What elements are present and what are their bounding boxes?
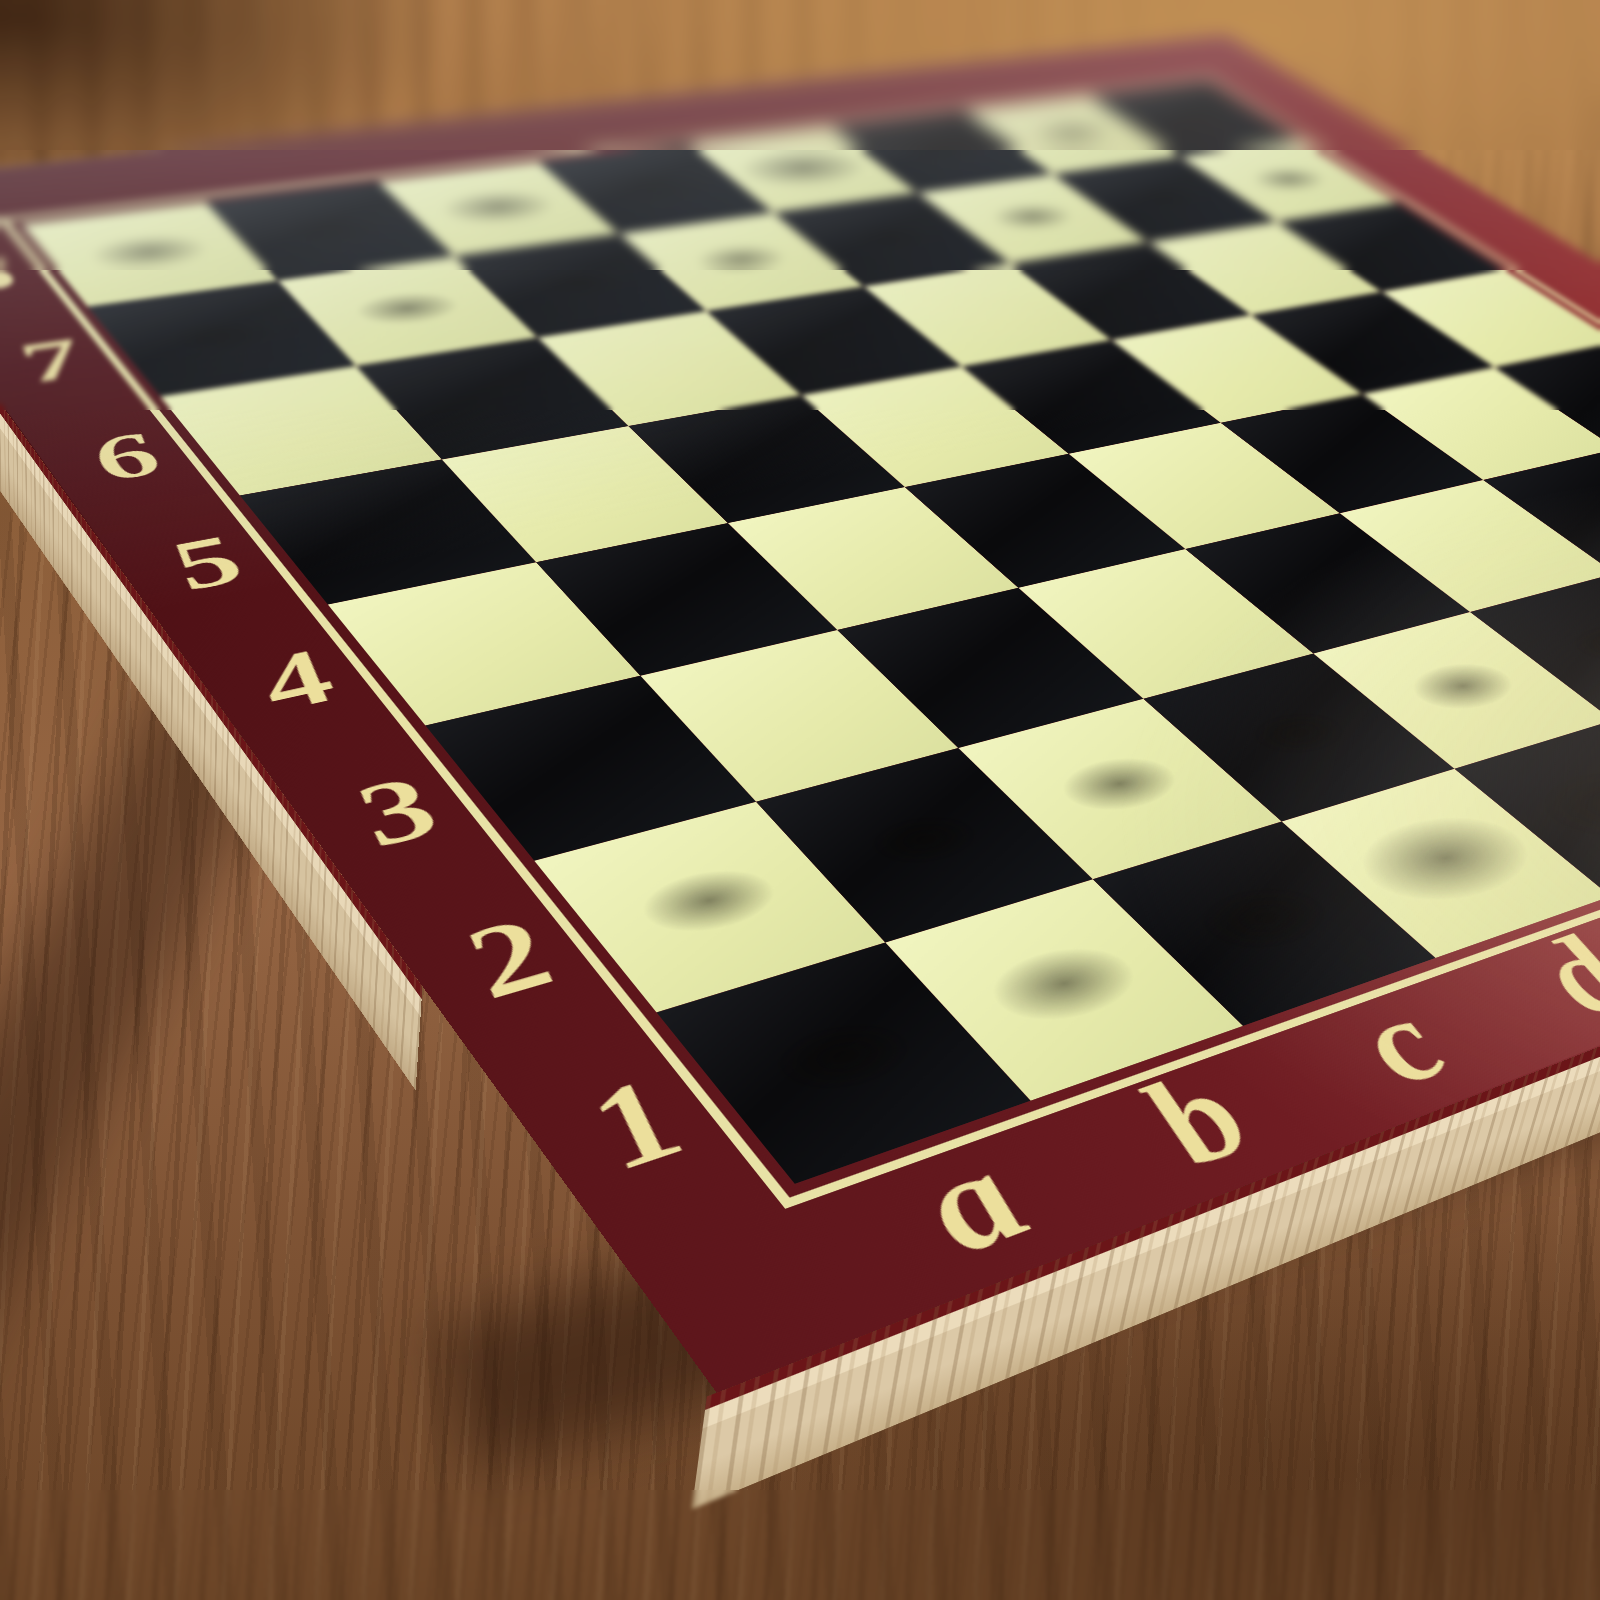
rank-label-7: 7 xyxy=(0,306,160,419)
piece-black-pawn-a7[interactable]: ♟ xyxy=(221,334,224,337)
piece-white-rook-a1[interactable]: ♜ xyxy=(842,1054,846,1058)
photo-stage: abcdefgh12345678 ♜♞♝♛♚♝♞♜♟♟♟♟♟♟♟♟♟♟♟♟♟♟♟… xyxy=(0,0,1600,1600)
perspective-scene: abcdefgh12345678 ♜♞♝♛♚♝♞♜♟♟♟♟♟♟♟♟♟♟♟♟♟♟♟… xyxy=(0,0,1600,1600)
board-plane: abcdefgh12345678 ♜♞♝♛♚♝♞♜♟♟♟♟♟♟♟♟♟♟♟♟♟♟♟… xyxy=(0,35,1600,1393)
white-rook-icon: ♜ xyxy=(608,529,1164,1108)
camera-framing: abcdefgh12345678 ♜♞♝♛♚♝♞♜♟♟♟♟♟♟♟♟♟♟♟♟♟♟♟… xyxy=(0,0,1600,1600)
